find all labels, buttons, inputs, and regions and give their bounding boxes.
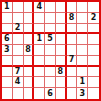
sudoku-cell-r1c1[interactable]: 1 — [2, 2, 13, 13]
sudoku-cell-r2c5[interactable] — [45, 13, 56, 24]
sudoku-cell-r4c4[interactable]: 1 — [34, 34, 45, 45]
sudoku-cell-r8c9[interactable] — [88, 77, 99, 88]
sudoku-cell-r7c3[interactable] — [24, 67, 35, 78]
sudoku-cell-r7c2[interactable]: 7 — [13, 67, 24, 78]
sudoku-cell-r4c8[interactable] — [77, 34, 88, 45]
sudoku-cell-r3c8[interactable] — [77, 24, 88, 35]
sudoku-cell-r5c4[interactable] — [34, 45, 45, 56]
sudoku-cell-r7c1[interactable] — [2, 67, 13, 78]
sudoku-cell-r5c9[interactable] — [88, 45, 99, 56]
sudoku-cell-r1c5[interactable] — [45, 2, 56, 13]
sudoku-cell-r8c4[interactable] — [34, 77, 45, 88]
sudoku-cell-r3c5[interactable] — [45, 24, 56, 35]
sudoku-cell-r5c3[interactable]: 8 — [24, 45, 35, 56]
sudoku-cell-r9c5[interactable]: 6 — [45, 88, 56, 99]
sudoku-cell-r5c5[interactable] — [45, 45, 56, 56]
sudoku-cell-r2c7[interactable]: 8 — [67, 13, 78, 24]
sudoku-board: 14822615387784163 — [0, 0, 101, 101]
sudoku-cell-r1c8[interactable] — [77, 2, 88, 13]
sudoku-cell-r3c3[interactable] — [24, 24, 35, 35]
sudoku-cell-r9c4[interactable] — [34, 88, 45, 99]
sudoku-cell-r2c6[interactable] — [56, 13, 67, 24]
sudoku-cell-r8c3[interactable] — [24, 77, 35, 88]
sudoku-cell-r7c8[interactable] — [77, 67, 88, 78]
sudoku-cell-r3c9[interactable] — [88, 24, 99, 35]
sudoku-cell-r3c4[interactable] — [34, 24, 45, 35]
sudoku-cell-r4c7[interactable] — [67, 34, 78, 45]
sudoku-cell-r3c7[interactable] — [67, 24, 78, 35]
sudoku-cell-r9c6[interactable] — [56, 88, 67, 99]
sudoku-cell-r1c6[interactable] — [56, 2, 67, 13]
sudoku-cell-r7c7[interactable] — [67, 67, 78, 78]
sudoku-cell-r5c6[interactable] — [56, 45, 67, 56]
sudoku-cell-r9c8[interactable]: 3 — [77, 88, 88, 99]
sudoku-cell-r1c3[interactable] — [24, 2, 35, 13]
sudoku-cell-r7c6[interactable]: 8 — [56, 67, 67, 78]
sudoku-cell-r4c3[interactable] — [24, 34, 35, 45]
sudoku-cell-r1c4[interactable]: 4 — [34, 2, 45, 13]
sudoku-cell-r6c6[interactable] — [56, 56, 67, 67]
sudoku-cell-r4c6[interactable] — [56, 34, 67, 45]
sudoku-cell-r9c1[interactable] — [2, 88, 13, 99]
sudoku-cell-r5c7[interactable] — [67, 45, 78, 56]
sudoku-cell-r5c8[interactable] — [77, 45, 88, 56]
sudoku-cell-r2c2[interactable] — [13, 13, 24, 24]
sudoku-cell-r2c8[interactable] — [77, 13, 88, 24]
sudoku-cell-r8c1[interactable] — [2, 77, 13, 88]
sudoku-cell-r9c9[interactable] — [88, 88, 99, 99]
sudoku-cell-r8c5[interactable] — [45, 77, 56, 88]
sudoku-cell-r4c2[interactable] — [13, 34, 24, 45]
sudoku-cell-r9c7[interactable] — [67, 88, 78, 99]
sudoku-cell-r2c3[interactable] — [24, 13, 35, 24]
sudoku-cell-r5c2[interactable] — [13, 45, 24, 56]
sudoku-cell-r6c2[interactable] — [13, 56, 24, 67]
sudoku-cell-r7c4[interactable] — [34, 67, 45, 78]
sudoku-cell-r4c9[interactable] — [88, 34, 99, 45]
sudoku-cell-r1c9[interactable] — [88, 2, 99, 13]
sudoku-cell-r6c9[interactable] — [88, 56, 99, 67]
sudoku-cell-r1c2[interactable] — [13, 2, 24, 13]
sudoku-cell-r7c5[interactable] — [45, 67, 56, 78]
sudoku-cell-r5c1[interactable]: 3 — [2, 45, 13, 56]
sudoku-cell-r8c8[interactable]: 1 — [77, 77, 88, 88]
sudoku-cell-r3c1[interactable] — [2, 24, 13, 35]
sudoku-cell-r8c6[interactable] — [56, 77, 67, 88]
sudoku-cell-r8c2[interactable]: 4 — [13, 77, 24, 88]
sudoku-cell-r4c1[interactable]: 6 — [2, 34, 13, 45]
sudoku-cell-r7c9[interactable] — [88, 67, 99, 78]
sudoku-cell-r2c4[interactable] — [34, 13, 45, 24]
sudoku-cell-r6c8[interactable] — [77, 56, 88, 67]
sudoku-cell-r2c1[interactable] — [2, 13, 13, 24]
sudoku-cell-r9c2[interactable] — [13, 88, 24, 99]
sudoku-cell-r6c4[interactable] — [34, 56, 45, 67]
sudoku-cell-r3c6[interactable] — [56, 24, 67, 35]
sudoku-cell-r3c2[interactable]: 2 — [13, 24, 24, 35]
sudoku-cell-r1c7[interactable] — [67, 2, 78, 13]
sudoku-cell-r6c7[interactable]: 7 — [67, 56, 78, 67]
sudoku-cell-r8c7[interactable] — [67, 77, 78, 88]
sudoku-cell-r6c1[interactable] — [2, 56, 13, 67]
sudoku-cell-r6c5[interactable] — [45, 56, 56, 67]
sudoku-cell-r9c3[interactable] — [24, 88, 35, 99]
sudoku-cell-r6c3[interactable] — [24, 56, 35, 67]
sudoku-cell-r4c5[interactable]: 5 — [45, 34, 56, 45]
sudoku-cell-r2c9[interactable]: 2 — [88, 13, 99, 24]
